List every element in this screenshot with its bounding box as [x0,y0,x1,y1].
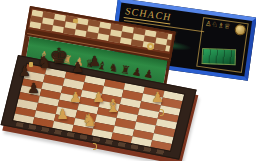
product-photo: SCHACH ♞♝♜ ♙♘♗♕ ♝♞♜♟♛♝♞♜♟♟ ♚♞♟♟♟♟♟♟♟♞♝♟ [0,0,256,161]
cassette-hinge-icon [73,19,79,24]
piece-light-pawn: ♟ [92,90,105,104]
pieces-layer: ♚♞♟♟♟♟♟♟♟♞♝♟ [0,0,256,161]
piece-dark-pawn: ♟ [88,54,101,68]
piece-dark-knight: ♞ [37,54,52,71]
piece-light-pawn: ♟ [69,90,82,104]
board-latch-icon [29,62,33,67]
piece-light-pawn: ♟ [151,90,164,104]
piece-dark-pawn: ♟ [27,81,40,95]
piece-dark-king: ♚ [49,46,68,67]
piece-light-pawn: ♟ [56,107,69,121]
piece-light-bishop: ♝ [105,97,121,115]
cassette-clasp-ring-icon [147,43,154,50]
piece-dark-pawn: ♟ [71,60,84,74]
piece-light-knight: ♞ [82,112,97,129]
